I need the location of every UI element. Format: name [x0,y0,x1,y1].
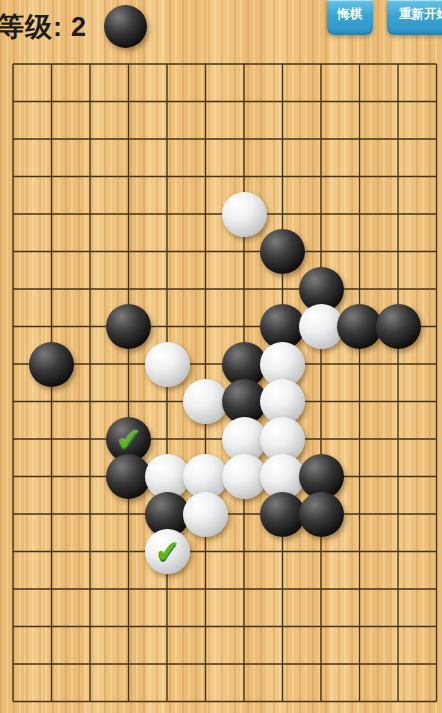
black-stone [29,342,74,387]
white-stone [145,529,190,574]
level-value: 2 [71,12,87,42]
app-screen: ✔✔ 等级:2 悔棋 重新开始 [0,0,442,713]
black-stone [260,229,305,274]
black-stone [376,304,421,349]
black-stone [106,304,151,349]
white-stone [145,342,190,387]
player-color-stone-icon [104,5,147,48]
board[interactable]: ✔✔ [0,0,442,713]
white-stone [222,192,267,237]
level-indicator: 等级:2 [0,9,87,45]
undo-button[interactable]: 悔棋 [327,0,373,35]
black-stone [299,492,344,537]
restart-button[interactable]: 重新开始 [387,0,442,35]
header: 等级:2 悔棋 重新开始 [0,0,442,56]
white-stone [183,492,228,537]
level-label: 等级: [0,12,63,42]
